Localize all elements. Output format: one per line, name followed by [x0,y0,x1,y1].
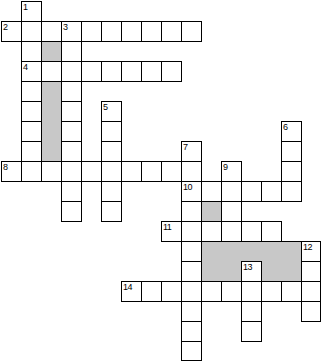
answer-cell[interactable] [101,121,122,142]
answer-cell[interactable]: 10 [181,181,202,202]
answer-cell[interactable] [281,181,302,202]
answer-cell[interactable] [41,161,62,182]
answer-cell[interactable] [241,181,262,202]
shaded-cell[interactable] [221,261,242,282]
answer-cell[interactable] [181,201,202,222]
answer-cell[interactable] [141,61,162,82]
answer-cell[interactable]: 14 [121,281,142,302]
shaded-cell[interactable] [261,261,282,282]
answer-cell[interactable] [21,141,42,162]
clue-number: 11 [163,222,171,232]
answer-cell[interactable] [181,241,202,262]
answer-cell[interactable]: 5 [101,101,122,122]
answer-cell[interactable] [281,281,302,302]
answer-cell[interactable]: 12 [301,241,321,262]
clue-number: 12 [303,242,312,252]
shaded-cell[interactable] [41,81,62,102]
answer-cell[interactable] [41,21,62,42]
answer-cell[interactable] [21,41,42,62]
answer-cell[interactable] [61,101,82,122]
answer-cell[interactable] [181,341,202,361]
answer-cell[interactable]: 1 [21,1,42,22]
shaded-cell[interactable] [41,41,62,62]
answer-cell[interactable] [141,281,162,302]
answer-cell[interactable] [201,181,222,202]
answer-cell[interactable] [81,61,102,82]
answer-cell[interactable] [101,161,122,182]
clue-number: 13 [243,262,252,272]
answer-cell[interactable] [301,301,321,322]
answer-cell[interactable] [61,121,82,142]
shaded-cell[interactable] [201,201,222,222]
answer-cell[interactable] [241,301,262,322]
answer-cell[interactable] [81,21,102,42]
answer-cell[interactable] [281,161,302,182]
answer-cell[interactable] [261,281,282,302]
answer-cell[interactable]: 13 [241,261,262,282]
shaded-cell[interactable] [201,241,222,262]
answer-cell[interactable] [241,281,262,302]
answer-cell[interactable] [21,21,42,42]
answer-cell[interactable] [261,221,282,242]
clue-number: 9 [223,162,228,172]
clue-number: 6 [283,122,288,132]
answer-cell[interactable] [61,161,82,182]
answer-cell[interactable] [141,21,162,42]
clue-number: 7 [183,142,188,152]
answer-cell[interactable] [221,221,242,242]
answer-cell[interactable]: 4 [21,61,42,82]
answer-cell[interactable] [301,261,321,282]
answer-cell[interactable] [21,101,42,122]
answer-cell[interactable] [261,181,282,202]
answer-cell[interactable] [201,281,222,302]
clue-number: 1 [23,2,28,12]
answer-cell[interactable] [121,21,142,42]
answer-cell[interactable] [141,161,162,182]
clue-number: 10 [183,182,192,192]
clue-number: 4 [23,62,28,72]
shaded-cell[interactable] [281,241,302,262]
answer-cell[interactable] [121,161,142,182]
shaded-cell[interactable] [41,101,62,122]
answer-cell[interactable] [41,61,62,82]
clue-number: 14 [123,282,132,292]
answer-cell[interactable]: 7 [181,141,202,162]
answer-cell[interactable] [181,221,202,242]
answer-cell[interactable] [181,321,202,342]
clue-number: 3 [63,22,68,32]
shaded-cell[interactable] [41,121,62,142]
answer-cell[interactable] [301,281,321,302]
answer-cell[interactable]: 9 [221,161,242,182]
answer-cell[interactable] [181,261,202,282]
shaded-cell[interactable] [221,241,242,262]
answer-cell[interactable]: 8 [1,161,22,182]
answer-cell[interactable] [101,201,122,222]
answer-cell[interactable] [181,161,202,182]
answer-cell[interactable] [181,281,202,302]
answer-cell[interactable] [281,141,302,162]
answer-cell[interactable] [221,181,242,202]
answer-cell[interactable] [61,141,82,162]
answer-cell[interactable] [101,21,122,42]
clue-number: 5 [103,102,108,112]
answer-cell[interactable] [61,201,82,222]
answer-cell[interactable] [61,41,82,62]
shaded-cell[interactable] [281,261,302,282]
answer-cell[interactable] [61,181,82,202]
answer-cell[interactable]: 6 [281,121,302,142]
answer-cell[interactable] [101,181,122,202]
answer-cell[interactable] [161,161,182,182]
clue-number: 2 [3,22,8,32]
answer-cell[interactable] [161,281,182,302]
answer-cell[interactable] [221,201,242,222]
answer-cell[interactable] [21,81,42,102]
answer-cell[interactable] [81,161,102,182]
answer-cell[interactable] [21,161,42,182]
answer-cell[interactable] [181,21,202,42]
answer-cell[interactable] [221,281,242,302]
answer-cell[interactable] [101,141,122,162]
clue-number: 8 [3,162,8,172]
shaded-cell[interactable] [41,141,62,162]
answer-cell[interactable]: 3 [61,21,82,42]
answer-cell[interactable] [241,321,262,342]
answer-cell[interactable] [181,301,202,322]
answer-cell[interactable] [161,61,182,82]
shaded-cell[interactable] [201,261,222,282]
answer-cell[interactable]: 11 [161,221,182,242]
answer-cell[interactable] [61,61,82,82]
answer-cell[interactable] [61,81,82,102]
answer-cell[interactable] [101,61,122,82]
shaded-cell[interactable] [261,241,282,262]
answer-cell[interactable] [121,61,142,82]
answer-cell[interactable] [21,121,42,142]
answer-cell[interactable] [161,21,182,42]
answer-cell[interactable] [241,221,262,242]
shaded-cell[interactable] [241,241,262,262]
answer-cell[interactable]: 2 [1,21,22,42]
answer-cell[interactable] [201,221,222,242]
crossword-board: 1234567891011121314 [0,0,321,361]
